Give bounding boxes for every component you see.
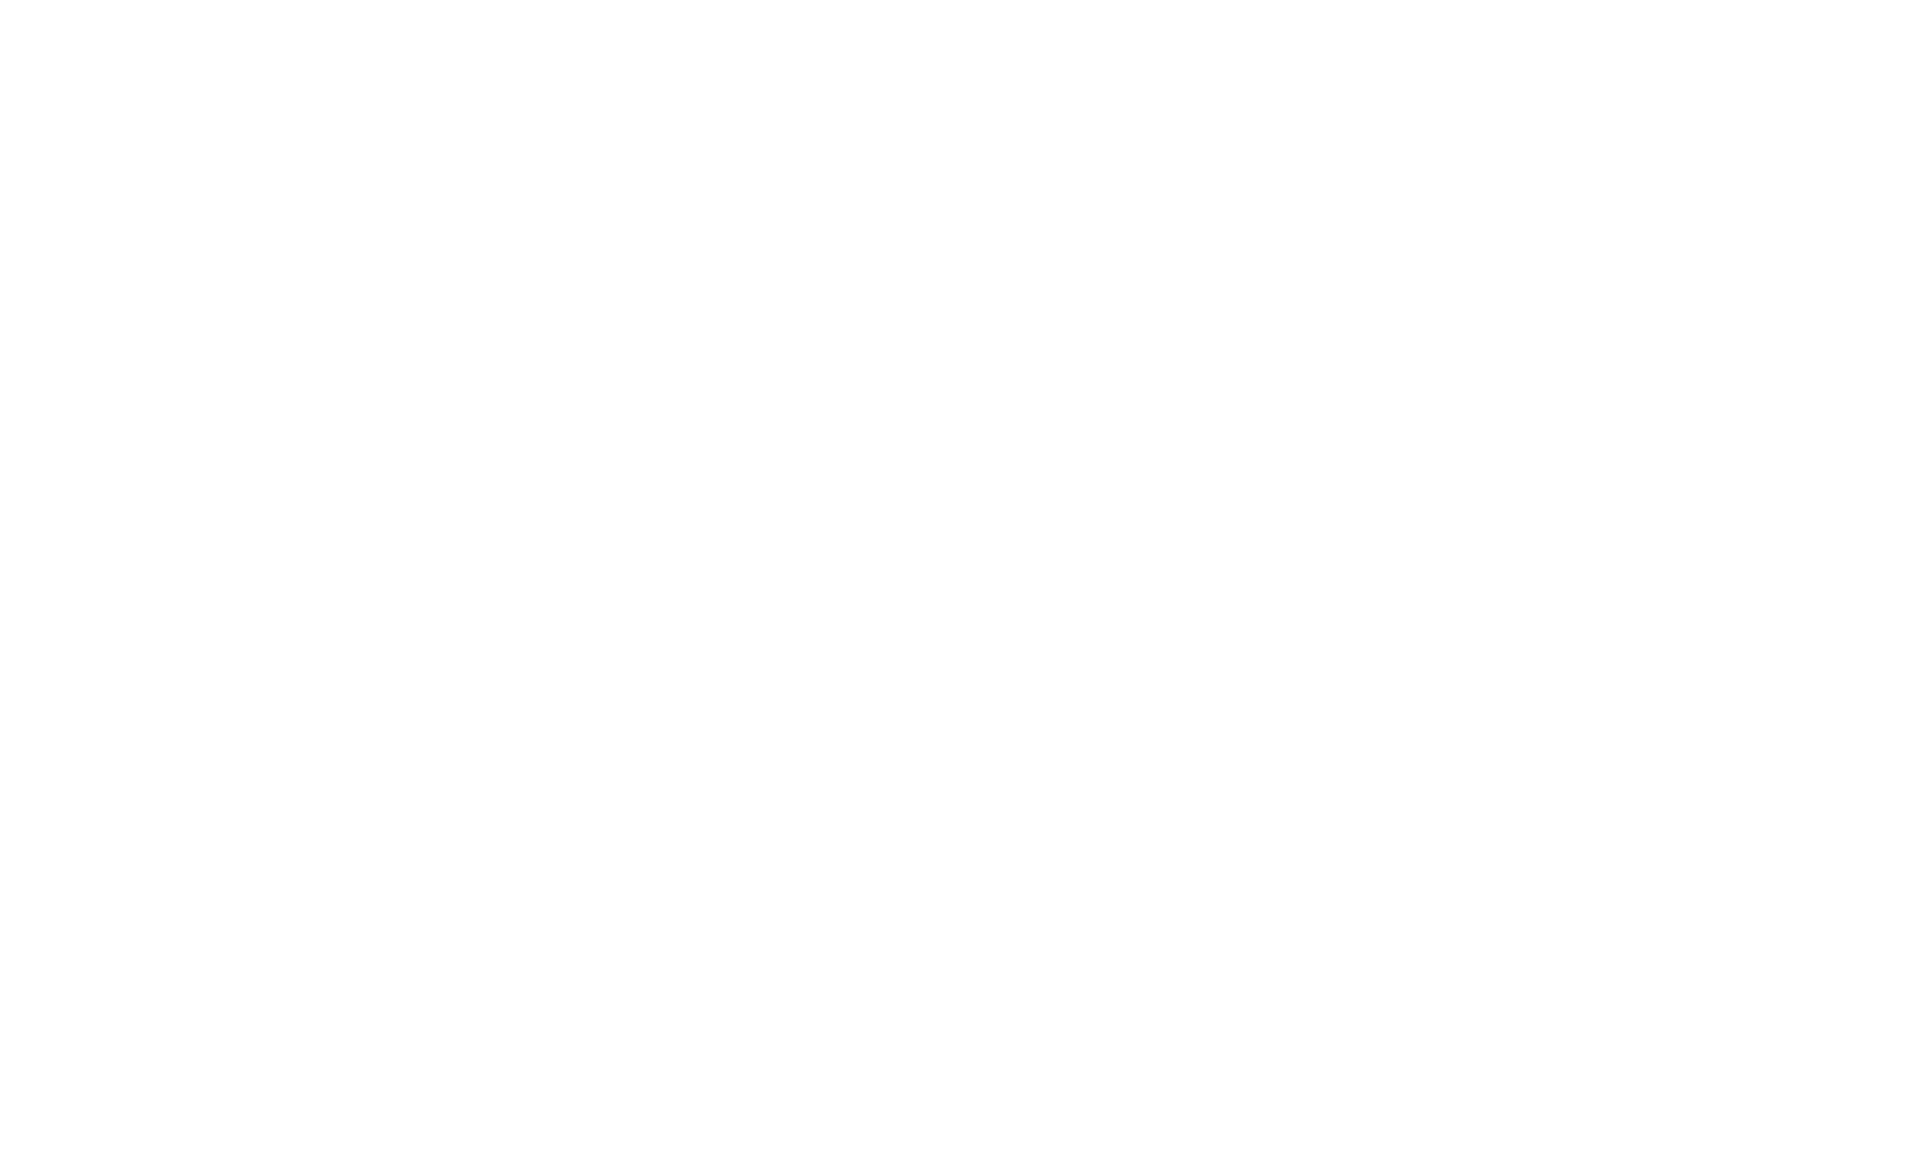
chess-board: [0, 0, 1920, 1176]
chessboard-photo: ♜♞♝♛♚♝♞♜♟♟♟♟♟♟♟♟♟♟♟♟♟♟♟♟♜♞♝♛♚♝♞♜♛♛: [0, 0, 1920, 1176]
extra-white-queen[interactable]: ♛: [0, 0, 7, 2]
